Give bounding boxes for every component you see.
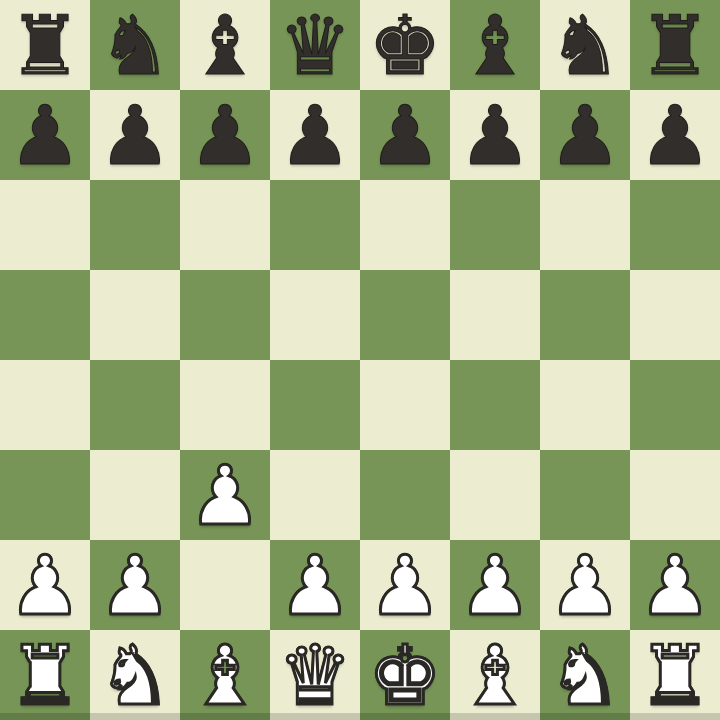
black-pawn[interactable]: ♟: [458, 95, 532, 177]
square-c3[interactable]: ♟: [180, 450, 270, 540]
white-rook[interactable]: ♜: [8, 635, 82, 717]
square-d8[interactable]: ♛: [270, 0, 360, 90]
square-g7[interactable]: ♟: [540, 90, 630, 180]
black-rook[interactable]: ♜: [8, 5, 82, 87]
square-h5[interactable]: [630, 270, 720, 360]
square-h2[interactable]: ♟: [630, 540, 720, 630]
black-pawn[interactable]: ♟: [188, 95, 262, 177]
square-g2[interactable]: ♟: [540, 540, 630, 630]
white-rook[interactable]: ♜: [638, 635, 712, 717]
square-c1[interactable]: ♝: [180, 630, 270, 720]
square-c7[interactable]: ♟: [180, 90, 270, 180]
square-b5[interactable]: [90, 270, 180, 360]
square-e5[interactable]: [360, 270, 450, 360]
square-c5[interactable]: [180, 270, 270, 360]
white-pawn[interactable]: ♟: [548, 545, 622, 627]
white-pawn[interactable]: ♟: [8, 545, 82, 627]
white-knight[interactable]: ♞: [548, 635, 622, 717]
white-pawn[interactable]: ♟: [188, 455, 262, 537]
white-pawn[interactable]: ♟: [458, 545, 532, 627]
square-h6[interactable]: [630, 180, 720, 270]
square-d2[interactable]: ♟: [270, 540, 360, 630]
white-pawn[interactable]: ♟: [638, 545, 712, 627]
black-knight[interactable]: ♞: [98, 5, 172, 87]
square-d5[interactable]: [270, 270, 360, 360]
black-pawn[interactable]: ♟: [368, 95, 442, 177]
black-bishop[interactable]: ♝: [458, 5, 532, 87]
square-e7[interactable]: ♟: [360, 90, 450, 180]
square-b4[interactable]: [90, 360, 180, 450]
square-e1[interactable]: ♚: [360, 630, 450, 720]
square-h7[interactable]: ♟: [630, 90, 720, 180]
square-d4[interactable]: [270, 360, 360, 450]
square-a2[interactable]: ♟: [0, 540, 90, 630]
square-e4[interactable]: [360, 360, 450, 450]
black-bishop[interactable]: ♝: [188, 5, 262, 87]
square-f5[interactable]: [450, 270, 540, 360]
square-e3[interactable]: [360, 450, 450, 540]
black-pawn[interactable]: ♟: [98, 95, 172, 177]
square-d6[interactable]: [270, 180, 360, 270]
square-b1[interactable]: ♞: [90, 630, 180, 720]
black-pawn[interactable]: ♟: [638, 95, 712, 177]
square-c6[interactable]: [180, 180, 270, 270]
square-h4[interactable]: [630, 360, 720, 450]
white-knight[interactable]: ♞: [98, 635, 172, 717]
square-f7[interactable]: ♟: [450, 90, 540, 180]
square-d7[interactable]: ♟: [270, 90, 360, 180]
black-knight[interactable]: ♞: [548, 5, 622, 87]
square-a3[interactable]: [0, 450, 90, 540]
square-b6[interactable]: [90, 180, 180, 270]
square-g4[interactable]: [540, 360, 630, 450]
square-f4[interactable]: [450, 360, 540, 450]
square-e6[interactable]: [360, 180, 450, 270]
white-queen[interactable]: ♛: [278, 635, 352, 717]
square-h8[interactable]: ♜: [630, 0, 720, 90]
square-a8[interactable]: ♜: [0, 0, 90, 90]
square-b7[interactable]: ♟: [90, 90, 180, 180]
square-g6[interactable]: [540, 180, 630, 270]
black-queen[interactable]: ♛: [278, 5, 352, 87]
square-g8[interactable]: ♞: [540, 0, 630, 90]
square-b2[interactable]: ♟: [90, 540, 180, 630]
square-a1[interactable]: ♜: [0, 630, 90, 720]
white-pawn[interactable]: ♟: [98, 545, 172, 627]
square-e2[interactable]: ♟: [360, 540, 450, 630]
white-bishop[interactable]: ♝: [188, 635, 262, 717]
square-g1[interactable]: ♞: [540, 630, 630, 720]
square-d1[interactable]: ♛: [270, 630, 360, 720]
square-f2[interactable]: ♟: [450, 540, 540, 630]
square-a4[interactable]: [0, 360, 90, 450]
square-f1[interactable]: ♝: [450, 630, 540, 720]
square-d3[interactable]: [270, 450, 360, 540]
square-a6[interactable]: [0, 180, 90, 270]
square-h3[interactable]: [630, 450, 720, 540]
black-rook[interactable]: ♜: [638, 5, 712, 87]
square-a5[interactable]: [0, 270, 90, 360]
black-pawn[interactable]: ♟: [8, 95, 82, 177]
square-e8[interactable]: ♚: [360, 0, 450, 90]
black-king[interactable]: ♚: [368, 5, 442, 87]
square-c4[interactable]: [180, 360, 270, 450]
square-f3[interactable]: [450, 450, 540, 540]
square-c8[interactable]: ♝: [180, 0, 270, 90]
white-pawn[interactable]: ♟: [278, 545, 352, 627]
square-b3[interactable]: [90, 450, 180, 540]
square-f6[interactable]: [450, 180, 540, 270]
black-pawn[interactable]: ♟: [278, 95, 352, 177]
square-g5[interactable]: [540, 270, 630, 360]
square-b8[interactable]: ♞: [90, 0, 180, 90]
chess-board-container: ♜♞♝♛♚♝♞♜♟♟♟♟♟♟♟♟♟♟♟♟♟♟♟♟♜♞♝♛♚♝♞♜: [0, 0, 720, 720]
square-c2[interactable]: [180, 540, 270, 630]
chess-board: ♜♞♝♛♚♝♞♜♟♟♟♟♟♟♟♟♟♟♟♟♟♟♟♟♜♞♝♛♚♝♞♜: [0, 0, 720, 720]
black-pawn[interactable]: ♟: [548, 95, 622, 177]
white-pawn[interactable]: ♟: [368, 545, 442, 627]
square-h1[interactable]: ♜: [630, 630, 720, 720]
square-a7[interactable]: ♟: [0, 90, 90, 180]
square-g3[interactable]: [540, 450, 630, 540]
white-bishop[interactable]: ♝: [458, 635, 532, 717]
square-f8[interactable]: ♝: [450, 0, 540, 90]
white-king[interactable]: ♚: [368, 635, 442, 717]
